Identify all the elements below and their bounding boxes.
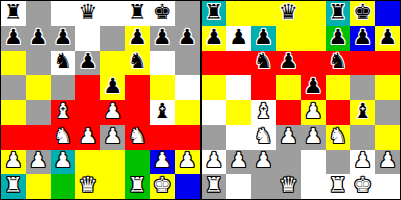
square-left-a5[interactable]	[1, 75, 26, 100]
square-left-g6[interactable]	[150, 51, 175, 76]
square-left-e6[interactable]	[100, 51, 125, 76]
square-left-h7[interactable]: ♟	[175, 26, 200, 51]
square-left-g8[interactable]: ♚	[150, 1, 175, 26]
square-left-a6[interactable]	[1, 51, 26, 76]
square-right-h6[interactable]	[375, 51, 400, 76]
white-pawn-icon: ♟	[153, 150, 172, 171]
square-left-b3[interactable]	[26, 125, 51, 150]
square-right-e2[interactable]	[301, 150, 326, 175]
white-queen-icon: ♛	[279, 175, 298, 196]
square-right-g5[interactable]	[350, 75, 375, 100]
square-right-h4[interactable]	[375, 100, 400, 125]
square-right-f3[interactable]: ♞	[326, 125, 351, 150]
black-pawn-icon: ♟	[54, 27, 73, 48]
square-left-d4[interactable]	[75, 100, 100, 125]
square-left-e4[interactable]: ♟	[100, 100, 125, 125]
square-left-f1[interactable]: ♜	[125, 174, 150, 199]
square-right-d6[interactable]: ♟	[276, 51, 301, 76]
square-left-d6[interactable]: ♟	[75, 51, 100, 76]
square-right-c6[interactable]: ♞	[251, 51, 276, 76]
white-pawn-icon: ♟	[378, 150, 397, 171]
square-right-c3[interactable]: ♞	[251, 125, 276, 150]
square-left-a2[interactable]: ♟	[1, 150, 26, 175]
square-left-b2[interactable]: ♟	[26, 150, 51, 175]
square-left-d3[interactable]: ♟	[75, 125, 100, 150]
square-right-d8[interactable]: ♛	[276, 1, 301, 26]
square-left-f4[interactable]	[125, 100, 150, 125]
white-pawn-icon: ♟	[229, 150, 248, 171]
square-left-f6[interactable]: ♞	[125, 51, 150, 76]
white-knight-icon: ♞	[254, 126, 273, 147]
square-right-a2[interactable]: ♟	[202, 150, 227, 175]
black-pawn-icon: ♟	[153, 27, 172, 48]
black-pawn-icon: ♟	[353, 27, 372, 48]
square-left-a3[interactable]	[1, 125, 26, 150]
square-right-g1[interactable]: ♚	[350, 174, 375, 199]
square-left-e2[interactable]	[100, 150, 125, 175]
square-left-a4[interactable]	[1, 100, 26, 125]
square-right-a6[interactable]	[202, 51, 227, 76]
square-right-h1[interactable]	[375, 174, 400, 199]
black-queen-icon: ♛	[78, 2, 97, 23]
black-rook-icon: ♜	[329, 2, 348, 23]
black-rook-icon: ♜	[128, 2, 147, 23]
white-pawn-icon: ♟	[103, 101, 122, 122]
square-right-b3[interactable]	[226, 125, 251, 150]
dual-chess-board-view: ♜♛♜♚♟♟♟♟♟♟♞♟♞♟♝♟♝♞♟♟♞♟♟♟♟♟♜♛♜♚ ♜♛♜♚♟♟♟♟♟…	[0, 0, 401, 200]
black-king-icon: ♚	[353, 2, 372, 23]
square-right-e1[interactable]	[301, 174, 326, 199]
square-left-h4[interactable]	[175, 100, 200, 125]
square-left-b5[interactable]	[26, 75, 51, 100]
square-left-f2[interactable]	[125, 150, 150, 175]
square-left-c7[interactable]: ♟	[51, 26, 76, 51]
white-knight-icon: ♞	[329, 126, 348, 147]
square-right-d1[interactable]: ♛	[276, 174, 301, 199]
white-pawn-icon: ♟	[254, 150, 273, 171]
square-right-f7[interactable]: ♟	[326, 26, 351, 51]
black-bishop-icon: ♝	[153, 101, 172, 122]
square-left-e1[interactable]	[100, 174, 125, 199]
square-right-c8[interactable]	[251, 1, 276, 26]
square-right-a4[interactable]	[202, 100, 227, 125]
square-right-f8[interactable]: ♜	[326, 1, 351, 26]
square-left-d7[interactable]	[75, 26, 100, 51]
square-right-b5[interactable]	[226, 75, 251, 100]
square-right-e6[interactable]	[301, 51, 326, 76]
square-left-e3[interactable]: ♟	[100, 125, 125, 150]
white-rook-icon: ♜	[204, 175, 223, 196]
white-pawn-icon: ♟	[353, 150, 372, 171]
black-pawn-icon: ♟	[103, 76, 122, 97]
square-right-b7[interactable]: ♟	[226, 26, 251, 51]
square-left-b8[interactable]	[26, 1, 51, 26]
white-bishop-icon: ♝	[254, 101, 273, 122]
square-right-g4[interactable]: ♝	[350, 100, 375, 125]
square-right-g6[interactable]	[350, 51, 375, 76]
square-right-a5[interactable]	[202, 75, 227, 100]
square-right-g3[interactable]	[350, 125, 375, 150]
square-right-h3[interactable]	[375, 125, 400, 150]
square-right-f4[interactable]	[326, 100, 351, 125]
square-left-h2[interactable]: ♟	[175, 150, 200, 175]
square-left-b7[interactable]: ♟	[26, 26, 51, 51]
black-queen-icon: ♛	[279, 2, 298, 23]
square-left-f7[interactable]: ♟	[125, 26, 150, 51]
square-right-c4[interactable]: ♝	[251, 100, 276, 125]
white-bishop-icon: ♝	[54, 101, 73, 122]
square-right-g2[interactable]: ♟	[350, 150, 375, 175]
white-pawn-icon: ♟	[103, 126, 122, 147]
square-left-g7[interactable]: ♟	[150, 26, 175, 51]
square-right-d7[interactable]	[276, 26, 301, 51]
black-bishop-icon: ♝	[353, 101, 372, 122]
white-pawn-icon: ♟	[54, 150, 73, 171]
square-right-e8[interactable]	[301, 1, 326, 26]
square-left-a1[interactable]: ♜	[1, 174, 26, 199]
square-left-h3[interactable]	[175, 125, 200, 150]
square-right-b4[interactable]	[226, 100, 251, 125]
square-left-c2[interactable]: ♟	[51, 150, 76, 175]
black-rook-icon: ♜	[204, 2, 223, 23]
square-right-c2[interactable]: ♟	[251, 150, 276, 175]
square-left-f8[interactable]: ♜	[125, 1, 150, 26]
board-right: ♜♛♜♚♟♟♟♟♟♟♞♟♞♟♝♟♝♞♟♟♞♟♟♟♟♟♜♛♜♚	[202, 1, 401, 199]
square-left-b1[interactable]	[26, 174, 51, 199]
square-right-a1[interactable]: ♜	[202, 174, 227, 199]
square-right-f5[interactable]	[326, 75, 351, 100]
square-left-c4[interactable]: ♝	[51, 100, 76, 125]
white-pawn-icon: ♟	[304, 126, 323, 147]
black-rook-icon: ♜	[4, 2, 23, 23]
black-king-icon: ♚	[153, 2, 172, 23]
square-right-g7[interactable]: ♟	[350, 26, 375, 51]
square-right-a3[interactable]	[202, 125, 227, 150]
square-right-e5[interactable]: ♟	[301, 75, 326, 100]
square-left-h1[interactable]	[175, 174, 200, 199]
white-rook-icon: ♜	[128, 175, 147, 196]
white-pawn-icon: ♟	[204, 150, 223, 171]
square-left-d2[interactable]	[75, 150, 100, 175]
white-pawn-icon: ♟	[178, 150, 197, 171]
square-left-f3[interactable]: ♞	[125, 125, 150, 150]
square-right-b6[interactable]	[226, 51, 251, 76]
square-left-d1[interactable]: ♛	[75, 174, 100, 199]
white-pawn-icon: ♟	[304, 101, 323, 122]
square-right-d3[interactable]: ♟	[276, 125, 301, 150]
white-pawn-icon: ♟	[78, 126, 97, 147]
square-right-h2[interactable]: ♟	[375, 150, 400, 175]
square-left-e5[interactable]: ♟	[100, 75, 125, 100]
square-left-c6[interactable]: ♞	[51, 51, 76, 76]
white-pawn-icon: ♟	[279, 126, 298, 147]
square-right-d5[interactable]	[276, 75, 301, 100]
black-knight-icon: ♞	[254, 51, 273, 72]
white-king-icon: ♚	[353, 175, 372, 196]
square-left-f5[interactable]	[125, 75, 150, 100]
black-knight-icon: ♞	[128, 51, 147, 72]
black-knight-icon: ♞	[329, 51, 348, 72]
black-pawn-icon: ♟	[4, 27, 23, 48]
board-left: ♜♛♜♚♟♟♟♟♟♟♞♟♞♟♝♟♝♞♟♟♞♟♟♟♟♟♜♛♜♚	[1, 1, 200, 199]
square-right-b8[interactable]	[226, 1, 251, 26]
square-left-a7[interactable]: ♟	[1, 26, 26, 51]
square-right-c1[interactable]	[251, 174, 276, 199]
square-right-e7[interactable]	[301, 26, 326, 51]
square-left-c5[interactable]	[51, 75, 76, 100]
square-right-f2[interactable]	[326, 150, 351, 175]
white-pawn-icon: ♟	[4, 150, 23, 171]
black-pawn-icon: ♟	[304, 76, 323, 97]
black-pawn-icon: ♟	[254, 27, 273, 48]
black-pawn-icon: ♟	[204, 27, 223, 48]
square-right-a7[interactable]: ♟	[202, 26, 227, 51]
white-king-icon: ♚	[153, 175, 172, 196]
square-right-f1[interactable]: ♜	[326, 174, 351, 199]
white-pawn-icon: ♟	[29, 150, 48, 171]
square-left-h6[interactable]	[175, 51, 200, 76]
square-left-e8[interactable]	[100, 1, 125, 26]
black-pawn-icon: ♟	[178, 27, 197, 48]
black-pawn-icon: ♟	[229, 27, 248, 48]
black-pawn-icon: ♟	[329, 27, 348, 48]
square-left-c1[interactable]	[51, 174, 76, 199]
square-right-d4[interactable]	[276, 100, 301, 125]
square-left-d8[interactable]: ♛	[75, 1, 100, 26]
square-right-c7[interactable]: ♟	[251, 26, 276, 51]
square-left-e7[interactable]	[100, 26, 125, 51]
black-pawn-icon: ♟	[29, 27, 48, 48]
square-right-b2[interactable]: ♟	[226, 150, 251, 175]
square-left-g3[interactable]	[150, 125, 175, 150]
square-left-c3[interactable]: ♞	[51, 125, 76, 150]
white-rook-icon: ♜	[4, 175, 23, 196]
square-left-g4[interactable]: ♝	[150, 100, 175, 125]
square-left-g5[interactable]	[150, 75, 175, 100]
square-left-g2[interactable]: ♟	[150, 150, 175, 175]
square-right-h5[interactable]	[375, 75, 400, 100]
square-right-e3[interactable]: ♟	[301, 125, 326, 150]
square-right-g8[interactable]: ♚	[350, 1, 375, 26]
square-left-c8[interactable]	[51, 1, 76, 26]
square-left-a8[interactable]: ♜	[1, 1, 26, 26]
square-left-h8[interactable]	[175, 1, 200, 26]
square-left-b6[interactable]	[26, 51, 51, 76]
square-right-h7[interactable]: ♟	[375, 26, 400, 51]
square-right-b1[interactable]	[226, 174, 251, 199]
black-pawn-icon: ♟	[378, 27, 397, 48]
square-right-h8[interactable]	[375, 1, 400, 26]
square-right-c5[interactable]	[251, 75, 276, 100]
white-rook-icon: ♜	[329, 175, 348, 196]
white-knight-icon: ♞	[54, 126, 73, 147]
square-left-h5[interactable]	[175, 75, 200, 100]
white-queen-icon: ♛	[78, 175, 97, 196]
square-right-a8[interactable]: ♜	[202, 1, 227, 26]
square-right-d2[interactable]	[276, 150, 301, 175]
square-right-f6[interactable]: ♞	[326, 51, 351, 76]
black-pawn-icon: ♟	[279, 51, 298, 72]
square-left-d5[interactable]	[75, 75, 100, 100]
black-pawn-icon: ♟	[128, 27, 147, 48]
white-knight-icon: ♞	[128, 126, 147, 147]
black-knight-icon: ♞	[54, 51, 73, 72]
square-left-g1[interactable]: ♚	[150, 174, 175, 199]
square-right-e4[interactable]: ♟	[301, 100, 326, 125]
black-pawn-icon: ♟	[78, 51, 97, 72]
square-left-b4[interactable]	[26, 100, 51, 125]
